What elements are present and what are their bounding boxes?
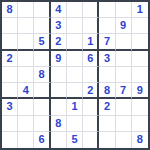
sudoku-cell-r3c6[interactable]: 1 bbox=[83, 34, 99, 50]
sudoku-cell-r1c3[interactable] bbox=[34, 2, 50, 18]
sudoku-cell-r8c2[interactable] bbox=[18, 116, 34, 132]
given-digit: 2 bbox=[87, 85, 93, 96]
sudoku-cell-r7c8[interactable] bbox=[116, 99, 132, 115]
sudoku-cell-r6c9[interactable]: 9 bbox=[132, 83, 148, 99]
given-digit: 8 bbox=[55, 118, 61, 129]
sudoku-cell-r8c7[interactable] bbox=[99, 116, 115, 132]
given-digit: 5 bbox=[71, 134, 77, 145]
given-digit: 7 bbox=[104, 36, 110, 47]
sudoku-cell-r8c5[interactable] bbox=[67, 116, 83, 132]
sudoku-cell-r7c6[interactable] bbox=[83, 99, 99, 115]
sudoku-cell-r2c4[interactable]: 3 bbox=[51, 18, 67, 34]
sudoku-cell-r6c3[interactable] bbox=[34, 83, 50, 99]
sudoku-cell-r5c3[interactable]: 8 bbox=[34, 67, 50, 83]
sudoku-cell-r3c4[interactable]: 2 bbox=[51, 34, 67, 50]
sudoku-cell-r5c9[interactable] bbox=[132, 67, 148, 83]
sudoku-cell-r2c1[interactable] bbox=[2, 18, 18, 34]
sudoku-cell-r1c4[interactable]: 4 bbox=[51, 2, 67, 18]
sudoku-cell-r8c3[interactable] bbox=[34, 116, 50, 132]
given-digit: 4 bbox=[23, 85, 29, 96]
sudoku-cell-r9c7[interactable] bbox=[99, 132, 115, 148]
sudoku-cell-r3c8[interactable] bbox=[116, 34, 132, 50]
sudoku-cell-r4c8[interactable] bbox=[116, 51, 132, 67]
sudoku-cell-r5c6[interactable] bbox=[83, 67, 99, 83]
given-digit: 2 bbox=[104, 101, 110, 112]
sudoku-cell-r6c8[interactable]: 7 bbox=[116, 83, 132, 99]
sudoku-cell-r5c4[interactable] bbox=[51, 67, 67, 83]
sudoku-cell-r8c4[interactable]: 8 bbox=[51, 116, 67, 132]
sudoku-cell-r7c5[interactable]: 1 bbox=[67, 99, 83, 115]
sudoku-cell-r5c5[interactable] bbox=[67, 67, 83, 83]
sudoku-cell-r6c5[interactable] bbox=[67, 83, 83, 99]
sudoku-cell-r1c2[interactable] bbox=[18, 2, 34, 18]
given-digit: 3 bbox=[104, 53, 110, 64]
given-digit: 3 bbox=[55, 20, 61, 31]
given-digit: 8 bbox=[104, 85, 110, 96]
given-digit: 9 bbox=[120, 20, 126, 31]
sudoku-cell-r4c9[interactable] bbox=[132, 51, 148, 67]
given-digit: 3 bbox=[7, 101, 13, 112]
given-digit: 6 bbox=[87, 53, 93, 64]
given-digit: 9 bbox=[137, 85, 143, 96]
sudoku-cell-r9c1[interactable] bbox=[2, 132, 18, 148]
sudoku-cell-r2c9[interactable] bbox=[132, 18, 148, 34]
sudoku-cell-r4c7[interactable]: 3 bbox=[99, 51, 115, 67]
sudoku-cell-r3c2[interactable] bbox=[18, 34, 34, 50]
sudoku-cell-r4c1[interactable]: 2 bbox=[2, 51, 18, 67]
sudoku-cell-r7c2[interactable] bbox=[18, 99, 34, 115]
sudoku-cell-r3c3[interactable]: 5 bbox=[34, 34, 50, 50]
sudoku-cell-r1c6[interactable] bbox=[83, 2, 99, 18]
given-digit: 7 bbox=[120, 85, 126, 96]
sudoku-cell-r2c7[interactable] bbox=[99, 18, 115, 34]
sudoku-cell-r4c2[interactable] bbox=[18, 51, 34, 67]
sudoku-cell-r7c9[interactable] bbox=[132, 99, 148, 115]
sudoku-cell-r2c6[interactable] bbox=[83, 18, 99, 34]
sudoku-cell-r7c1[interactable]: 3 bbox=[2, 99, 18, 115]
given-digit: 8 bbox=[38, 69, 44, 80]
sudoku-cell-r6c6[interactable]: 2 bbox=[83, 83, 99, 99]
sudoku-cell-r1c5[interactable] bbox=[67, 2, 83, 18]
sudoku-cell-r6c1[interactable] bbox=[2, 83, 18, 99]
sudoku-cell-r1c1[interactable]: 8 bbox=[2, 2, 18, 18]
sudoku-cell-r2c8[interactable]: 9 bbox=[116, 18, 132, 34]
sudoku-cell-r9c8[interactable] bbox=[116, 132, 132, 148]
sudoku-cell-r5c7[interactable] bbox=[99, 67, 115, 83]
sudoku-cell-r6c2[interactable]: 4 bbox=[18, 83, 34, 99]
sudoku-cell-r7c3[interactable] bbox=[34, 99, 50, 115]
sudoku-cell-r9c3[interactable]: 6 bbox=[34, 132, 50, 148]
sudoku-cell-r5c1[interactable] bbox=[2, 67, 18, 83]
given-digit: 4 bbox=[55, 4, 61, 15]
sudoku-cell-r6c7[interactable]: 8 bbox=[99, 83, 115, 99]
given-digit: 6 bbox=[38, 134, 44, 145]
sudoku-cell-r7c4[interactable] bbox=[51, 99, 67, 115]
sudoku-cell-r9c9[interactable]: 8 bbox=[132, 132, 148, 148]
sudoku-board: 84139521729638428793128658 bbox=[0, 0, 150, 150]
sudoku-cell-r3c1[interactable] bbox=[2, 34, 18, 50]
sudoku-cell-r2c2[interactable] bbox=[18, 18, 34, 34]
sudoku-cell-r8c6[interactable] bbox=[83, 116, 99, 132]
given-digit: 2 bbox=[55, 36, 61, 47]
sudoku-cell-r2c5[interactable] bbox=[67, 18, 83, 34]
sudoku-cell-r5c8[interactable] bbox=[116, 67, 132, 83]
given-digit: 8 bbox=[137, 134, 143, 145]
sudoku-cell-r7c7[interactable]: 2 bbox=[99, 99, 115, 115]
sudoku-cell-r9c5[interactable]: 5 bbox=[67, 132, 83, 148]
given-digit: 5 bbox=[38, 36, 44, 47]
sudoku-cell-r2c3[interactable] bbox=[34, 18, 50, 34]
given-digit: 8 bbox=[7, 4, 13, 15]
sudoku-cell-r3c7[interactable]: 7 bbox=[99, 34, 115, 50]
given-digit: 1 bbox=[87, 36, 93, 47]
sudoku-cell-r1c9[interactable]: 1 bbox=[132, 2, 148, 18]
sudoku-cell-r6c4[interactable] bbox=[51, 83, 67, 99]
given-digit: 2 bbox=[7, 53, 13, 64]
given-digit: 1 bbox=[71, 101, 77, 112]
sudoku-cell-r9c4[interactable] bbox=[51, 132, 67, 148]
sudoku-cell-r9c2[interactable] bbox=[18, 132, 34, 148]
sudoku-cell-r1c7[interactable] bbox=[99, 2, 115, 18]
sudoku-cell-r4c4[interactable]: 9 bbox=[51, 51, 67, 67]
given-digit: 9 bbox=[55, 53, 61, 64]
sudoku-cell-r9c6[interactable] bbox=[83, 132, 99, 148]
given-digit: 1 bbox=[137, 4, 143, 15]
sudoku-cell-r3c9[interactable] bbox=[132, 34, 148, 50]
sudoku-cell-r8c1[interactable] bbox=[2, 116, 18, 132]
sudoku-cell-r1c8[interactable] bbox=[116, 2, 132, 18]
sudoku-cell-r4c3[interactable] bbox=[34, 51, 50, 67]
sudoku-cell-r4c5[interactable] bbox=[67, 51, 83, 67]
sudoku-cell-r5c2[interactable] bbox=[18, 67, 34, 83]
sudoku-cell-r8c8[interactable] bbox=[116, 116, 132, 132]
sudoku-cell-r8c9[interactable] bbox=[132, 116, 148, 132]
sudoku-cell-r4c6[interactable]: 6 bbox=[83, 51, 99, 67]
sudoku-cell-r3c5[interactable] bbox=[67, 34, 83, 50]
